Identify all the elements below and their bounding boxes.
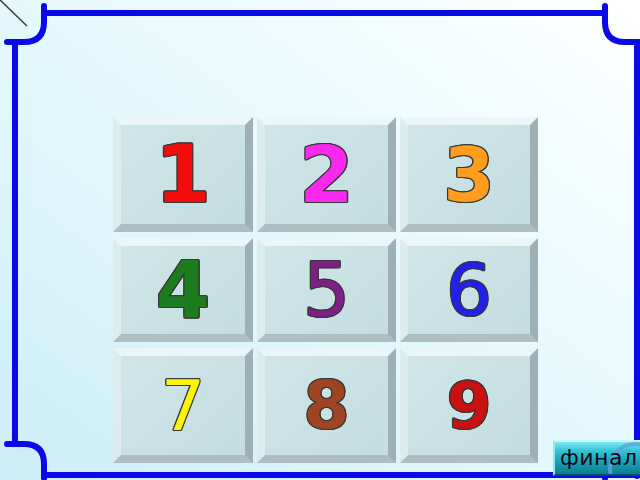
final-button-label: финал: [560, 447, 638, 469]
slide: 1 2 3 4 5 6 7 8 9 финал: [0, 0, 640, 480]
tile-2-label: 2: [299, 136, 353, 214]
tile-9-button[interactable]: 9: [400, 348, 538, 463]
frame-corner-bottom-left: [7, 444, 44, 478]
tile-9-label: 9: [447, 374, 492, 438]
tile-6-label: 6: [446, 254, 492, 326]
tile-7-label: 7: [161, 371, 206, 441]
number-board: 1 2 3 4 5 6 7 8 9: [113, 117, 538, 463]
tile-1-button[interactable]: 1: [113, 117, 253, 232]
tile-8-label: 8: [304, 373, 350, 439]
tile-5-button[interactable]: 5: [257, 238, 396, 342]
tile-4-label: 4: [156, 251, 210, 329]
tile-3-button[interactable]: 3: [400, 117, 538, 232]
frame-corner-top-right: [605, 6, 640, 42]
diagonal-line-decoration: [0, 0, 27, 26]
tile-1-label: 1: [155, 135, 211, 215]
final-button[interactable]: финал: [553, 440, 640, 476]
tile-7-button[interactable]: 7: [113, 348, 253, 463]
tile-4-button[interactable]: 4: [113, 238, 253, 342]
tile-2-button[interactable]: 2: [257, 117, 396, 232]
tile-3-label: 3: [443, 138, 495, 212]
tile-6-button[interactable]: 6: [400, 238, 538, 342]
tile-5-label: 5: [303, 253, 350, 327]
tile-8-button[interactable]: 8: [257, 348, 396, 463]
